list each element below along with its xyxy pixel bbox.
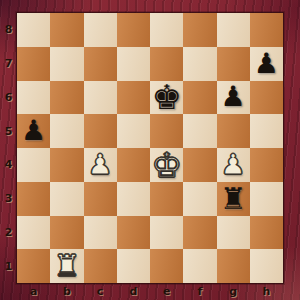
square-f2[interactable]: [183, 216, 216, 250]
square-b2[interactable]: [50, 216, 83, 250]
rank-label-8: 8: [0, 13, 17, 47]
square-h7[interactable]: ♟: [250, 47, 283, 81]
square-a4[interactable]: [17, 148, 50, 182]
square-e3[interactable]: [150, 182, 183, 216]
square-h5[interactable]: [250, 114, 283, 148]
piece-white-pawn-c4[interactable]: ♟: [84, 148, 117, 182]
file-label-h: h: [250, 284, 283, 299]
piece-black-king-e6[interactable]: ♚: [150, 81, 183, 115]
square-g5[interactable]: [217, 114, 250, 148]
square-f6[interactable]: [183, 81, 216, 115]
file-label-g: g: [217, 284, 250, 299]
square-e8[interactable]: [150, 13, 183, 47]
file-label-f: f: [183, 284, 216, 299]
square-c6[interactable]: [84, 81, 117, 115]
square-c8[interactable]: [84, 13, 117, 47]
square-e6[interactable]: ♚: [150, 81, 183, 115]
square-a2[interactable]: [17, 216, 50, 250]
rank-label-2: 2: [0, 216, 17, 250]
square-c5[interactable]: [84, 114, 117, 148]
square-a6[interactable]: [17, 81, 50, 115]
square-f4[interactable]: [183, 148, 216, 182]
square-b6[interactable]: [50, 81, 83, 115]
square-h8[interactable]: [250, 13, 283, 47]
square-g3[interactable]: ♜: [217, 182, 250, 216]
file-label-b: b: [50, 284, 83, 299]
square-c3[interactable]: [84, 182, 117, 216]
square-a3[interactable]: [17, 182, 50, 216]
square-h4[interactable]: [250, 148, 283, 182]
rank-label-7: 7: [0, 47, 17, 81]
square-e1[interactable]: [150, 249, 183, 283]
square-e5[interactable]: [150, 114, 183, 148]
square-e7[interactable]: [150, 47, 183, 81]
file-label-e: e: [150, 284, 183, 299]
square-d7[interactable]: [117, 47, 150, 81]
piece-white-pawn-g4[interactable]: ♟: [217, 148, 250, 182]
square-d8[interactable]: [117, 13, 150, 47]
square-f7[interactable]: [183, 47, 216, 81]
rank-label-6: 6: [0, 81, 17, 115]
square-f5[interactable]: [183, 114, 216, 148]
square-d1[interactable]: [117, 249, 150, 283]
square-d5[interactable]: [117, 114, 150, 148]
square-b8[interactable]: [50, 13, 83, 47]
square-a7[interactable]: [17, 47, 50, 81]
square-g2[interactable]: [217, 216, 250, 250]
piece-white-rook-b1[interactable]: ♜: [50, 249, 83, 283]
square-b5[interactable]: [50, 114, 83, 148]
square-f8[interactable]: [183, 13, 216, 47]
square-c1[interactable]: [84, 249, 117, 283]
file-label-d: d: [117, 284, 150, 299]
square-f3[interactable]: [183, 182, 216, 216]
piece-black-pawn-a5[interactable]: ♟: [17, 114, 50, 148]
piece-black-pawn-h7[interactable]: ♟: [250, 47, 283, 81]
rank-label-1: 1: [0, 249, 17, 283]
rank-label-3: 3: [0, 182, 17, 216]
square-g4[interactable]: ♟: [217, 148, 250, 182]
square-h6[interactable]: [250, 81, 283, 115]
piece-black-pawn-g6[interactable]: ♟: [217, 81, 250, 115]
square-c7[interactable]: [84, 47, 117, 81]
square-g8[interactable]: [217, 13, 250, 47]
square-e4[interactable]: ♚: [150, 148, 183, 182]
square-a1[interactable]: [17, 249, 50, 283]
square-b7[interactable]: [50, 47, 83, 81]
square-g7[interactable]: [217, 47, 250, 81]
square-d3[interactable]: [117, 182, 150, 216]
square-b3[interactable]: [50, 182, 83, 216]
rank-label-4: 4: [0, 148, 17, 182]
square-d6[interactable]: [117, 81, 150, 115]
square-b4[interactable]: [50, 148, 83, 182]
square-a5[interactable]: ♟: [17, 114, 50, 148]
square-c4[interactable]: ♟: [84, 148, 117, 182]
chess-diagram: ♟♚♟♟♟♚♟♜♜ 87654321abcdefgh: [0, 0, 300, 300]
file-label-a: a: [17, 284, 50, 299]
chess-board[interactable]: ♟♚♟♟♟♚♟♜♜: [17, 13, 283, 283]
square-c2[interactable]: [84, 216, 117, 250]
piece-black-rook-g3[interactable]: ♜: [217, 182, 250, 216]
square-h1[interactable]: [250, 249, 283, 283]
square-g1[interactable]: [217, 249, 250, 283]
square-b1[interactable]: ♜: [50, 249, 83, 283]
rank-label-5: 5: [0, 114, 17, 148]
square-d2[interactable]: [117, 216, 150, 250]
square-g6[interactable]: ♟: [217, 81, 250, 115]
file-label-c: c: [84, 284, 117, 299]
square-d4[interactable]: [117, 148, 150, 182]
square-a8[interactable]: [17, 13, 50, 47]
square-h2[interactable]: [250, 216, 283, 250]
square-f1[interactable]: [183, 249, 216, 283]
piece-white-king-e4[interactable]: ♚: [150, 148, 183, 182]
square-e2[interactable]: [150, 216, 183, 250]
square-h3[interactable]: [250, 182, 283, 216]
